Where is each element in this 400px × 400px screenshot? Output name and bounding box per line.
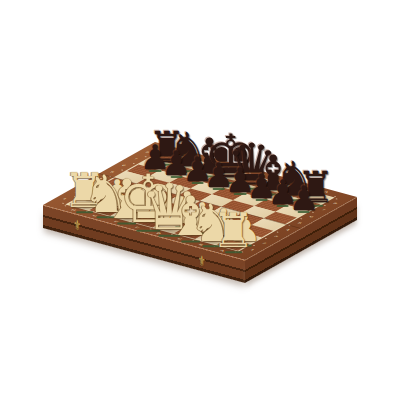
felt-base <box>213 188 225 190</box>
felt-base <box>234 193 246 195</box>
felt-base <box>298 211 310 213</box>
felt-base <box>225 251 242 253</box>
felt-base <box>255 199 267 201</box>
chess-piece-black-pawn[interactable]: ♟ <box>289 181 320 215</box>
brass-latch-icon: ⚜ <box>198 251 205 271</box>
brass-latch-icon: ⚜ <box>74 215 81 235</box>
chess-piece-white-rook[interactable]: ♜ <box>212 208 255 256</box>
chess-set-photo-scene: HGFEDCBA HGFEDCBA 87654321 87654321 ⚜ ⚜ … <box>0 0 400 400</box>
felt-base <box>277 205 289 207</box>
